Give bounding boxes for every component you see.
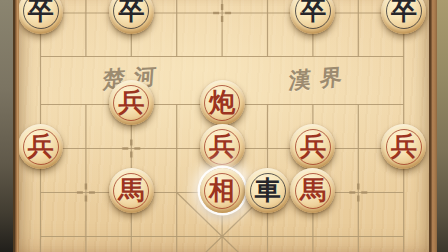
piece-glyph: 相: [209, 177, 235, 203]
piece-red-soldier[interactable]: 兵: [200, 124, 245, 169]
left-letterbox: [0, 0, 13, 252]
piece-red-horse[interactable]: 馬: [109, 168, 154, 213]
piece-glyph: 兵: [391, 133, 417, 159]
piece-glyph: 炮: [209, 89, 235, 115]
piece-red-elephant[interactable]: 相: [200, 168, 245, 213]
piece-glyph: 車: [255, 177, 281, 203]
piece-black-chariot[interactable]: 車: [245, 168, 290, 213]
piece-glyph: 卒: [300, 0, 326, 23]
piece-glyph: 兵: [300, 133, 326, 159]
piece-glyph: 卒: [28, 0, 54, 23]
piece-red-soldier[interactable]: 兵: [381, 124, 426, 169]
right-letterbox: [437, 0, 448, 252]
piece-glyph: 兵: [209, 133, 235, 159]
board-right-edge: [429, 0, 437, 252]
piece-red-soldier[interactable]: 兵: [18, 124, 63, 169]
xiangqi-board[interactable]: 楚河 漢界 卒卒卒卒兵炮兵兵兵馬相車馬兵: [19, 0, 429, 252]
river-label-han: 漢界: [288, 62, 352, 97]
piece-glyph: 馬: [300, 177, 326, 203]
board-left-edge: [13, 0, 19, 252]
screenshot-root: 楚河 漢界 卒卒卒卒兵炮兵兵兵馬相車馬兵: [0, 0, 448, 252]
piece-glyph: 馬: [118, 177, 144, 203]
piece-red-soldier[interactable]: 兵: [109, 80, 154, 125]
piece-red-cannon[interactable]: 炮: [200, 80, 245, 125]
piece-glyph: 兵: [118, 89, 144, 115]
piece-glyph: 兵: [28, 133, 54, 159]
piece-glyph: 卒: [391, 0, 417, 23]
piece-glyph: 卒: [118, 0, 144, 23]
